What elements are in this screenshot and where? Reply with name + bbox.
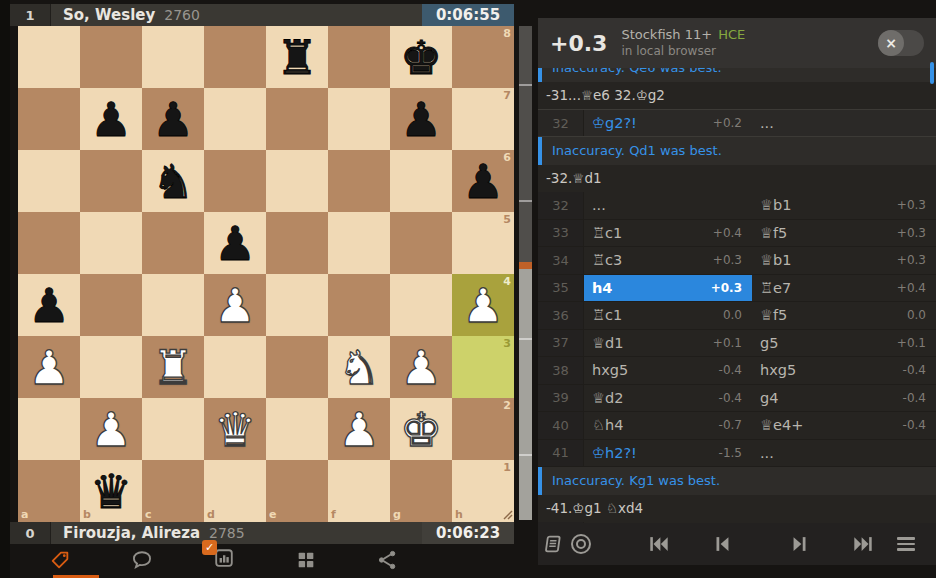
file-label-f: f [331, 508, 336, 521]
move-number: 36 [538, 302, 584, 329]
white-knight: ♞ [328, 336, 390, 398]
white-move-cell[interactable]: ♕d1+0.1 [584, 330, 752, 357]
black-pawn: ♟ [390, 88, 452, 150]
white-move-cell[interactable]: ♖c3+0.3 [584, 247, 752, 274]
black-move-cell[interactable]: ♖e7+0.4 [752, 275, 936, 302]
move-text: ♘h4 [592, 417, 623, 433]
scrollbar-thumb[interactable] [930, 62, 934, 84]
white-pawn: ♟ [18, 336, 80, 398]
move-text: ♔h2?! [592, 445, 637, 461]
square-b3[interactable] [80, 336, 142, 398]
rank-label-4: 4 [503, 275, 511, 288]
square-b7[interactable]: ♟ [80, 88, 142, 150]
square-b5[interactable] [80, 212, 142, 274]
white-move-cell[interactable]: ♕d2-0.4 [584, 385, 752, 412]
move-row: 41♔h2?!-1.5... [538, 440, 936, 468]
result-top: 1 [10, 4, 51, 26]
go-first-icon[interactable] [644, 523, 674, 565]
move-text: ♕b1 [760, 197, 791, 213]
result-bottom: 0 [10, 522, 51, 544]
judgment-comment: Inaccuracy. Qd1 was best. [538, 137, 936, 165]
square-h7[interactable]: 7 [452, 88, 514, 150]
move-row: 40♘h4-0.7♕e4+-0.4 [538, 412, 936, 440]
go-previous-icon[interactable] [707, 523, 737, 565]
file-label-g: g [393, 508, 401, 521]
move-row: 33♖c1+0.4♕f5+0.3 [538, 220, 936, 248]
rank-label-5: 5 [503, 213, 511, 226]
rank-label-1: 1 [503, 461, 511, 474]
black-move-cell[interactable]: hxg5-0.4 [752, 357, 936, 384]
move-number: 40 [538, 412, 584, 439]
move-row: 39♕d2-0.4g4-0.4 [538, 385, 936, 413]
move-eval: +0.4 [897, 281, 926, 295]
square-b4[interactable] [80, 274, 142, 336]
move-list[interactable]: Inaccuracy. Qe6 was best.-31...♕e6 32.♔g… [538, 68, 936, 523]
square-g2[interactable]: ♚ [390, 398, 452, 460]
engine-header: +0.3 Stockfish 11+HCE in local browser × [538, 18, 936, 68]
square-a5[interactable] [18, 212, 80, 274]
square-f5[interactable] [328, 212, 390, 274]
menu-icon[interactable] [891, 523, 921, 565]
square-d7[interactable] [204, 88, 266, 150]
square-g3[interactable]: ♟ [390, 336, 452, 398]
white-move-cell[interactable]: ♘h4-0.7 [584, 412, 752, 439]
panel-toolbar [538, 523, 936, 565]
move-text: ♕d2 [592, 390, 623, 406]
square-e7[interactable] [266, 88, 328, 150]
move-eval: -0.7 [719, 418, 742, 432]
chess-board[interactable]: ♜♚8♟♟♟7♞♟6♟5♟♟♟4♟♜♞♟3♟♛♟♚2a♛bcdefgh1 [18, 26, 514, 522]
move-number: 32 [538, 192, 584, 219]
square-d8[interactable] [204, 26, 266, 88]
tag-icon[interactable] [45, 546, 75, 574]
clock-bottom: 0:06:23 [422, 522, 514, 544]
rank-label-8: 8 [503, 27, 511, 40]
move-text: ♖e7 [760, 280, 791, 296]
move-eval: +0.1 [713, 336, 742, 350]
square-c1[interactable]: c [142, 460, 204, 522]
square-c3[interactable]: ♜ [142, 336, 204, 398]
chart-icon[interactable]: ✓ [209, 546, 239, 574]
variation-line[interactable]: -32.♕d1 [538, 165, 936, 192]
checkbox-checked-icon[interactable]: ✓ [202, 540, 217, 555]
black-move-cell[interactable]: g5+0.1 [752, 330, 936, 357]
square-d6[interactable] [204, 150, 266, 212]
black-move-cell[interactable]: ♕e4+-0.4 [752, 412, 936, 439]
white-pawn: ♟ [80, 398, 142, 460]
move-number: 38 [538, 357, 584, 384]
move-text: ... [760, 115, 774, 131]
square-e1[interactable]: e [266, 460, 328, 522]
move-eval: +0.3 [897, 226, 926, 240]
go-next-icon[interactable] [785, 523, 815, 565]
white-queen: ♛ [204, 398, 266, 460]
move-eval: +0.3 [713, 253, 742, 267]
board-resize-handle[interactable] [502, 509, 513, 520]
move-text: h4 [592, 280, 612, 296]
black-move-cell[interactable]: ... [752, 110, 936, 136]
move-eval: -0.4 [903, 391, 926, 405]
square-h6[interactable]: ♟6 [452, 150, 514, 212]
move-number: 37 [538, 330, 584, 357]
eval-gauge-marker [519, 262, 532, 269]
square-f8[interactable] [328, 26, 390, 88]
square-d4[interactable]: ♟ [204, 274, 266, 336]
square-b8[interactable] [80, 26, 142, 88]
move-row: 37♕d1+0.1g5+0.1 [538, 330, 936, 358]
engine-subtitle: in local browser [621, 44, 745, 59]
square-f1[interactable]: f [328, 460, 390, 522]
analysis-panel: +0.3 Stockfish 11+HCE in local browser ×… [538, 0, 936, 578]
square-g1[interactable]: g [390, 460, 452, 522]
clock-top: 0:06:55 [422, 4, 514, 26]
player-name-bottom: Firouzja, Alireza [63, 524, 200, 542]
variation-line[interactable]: -31...♕e6 32.♔g2 [538, 82, 936, 109]
square-g7[interactable]: ♟ [390, 88, 452, 150]
chat-icon[interactable] [127, 546, 157, 574]
move-text: ♔g2?! [592, 115, 637, 131]
square-d2[interactable]: ♛ [204, 398, 266, 460]
square-a1[interactable]: a [18, 460, 80, 522]
rank-label-6: 6 [503, 151, 511, 164]
move-text: ♖c1 [592, 307, 622, 323]
target-icon[interactable] [566, 523, 596, 565]
rank-label-3: 3 [503, 337, 511, 350]
black-king: ♚ [390, 26, 452, 88]
black-move-cell[interactable]: ♕f50.0 [752, 302, 936, 329]
square-c5[interactable] [142, 212, 204, 274]
square-b6[interactable] [80, 150, 142, 212]
square-a4[interactable]: ♟ [18, 274, 80, 336]
square-a6[interactable] [18, 150, 80, 212]
toggle-close-icon[interactable]: × [878, 30, 904, 56]
move-row: 38hxg5-0.4hxg5-0.4 [538, 357, 936, 385]
square-c8[interactable] [142, 26, 204, 88]
square-g4[interactable] [390, 274, 452, 336]
black-pawn: ♟ [142, 88, 204, 150]
move-eval: -0.4 [719, 363, 742, 377]
file-label-c: c [145, 508, 152, 521]
square-e2[interactable] [266, 398, 328, 460]
black-knight: ♞ [142, 150, 204, 212]
file-label-h: h [455, 508, 463, 521]
move-text: ♖c1 [592, 225, 622, 241]
go-last-icon[interactable] [848, 523, 878, 565]
move-number: 41 [538, 440, 584, 467]
black-rook: ♜ [266, 26, 328, 88]
square-h3[interactable]: 3 [452, 336, 514, 398]
white-king: ♚ [390, 398, 452, 460]
square-h5[interactable]: 5 [452, 212, 514, 274]
file-label-d: d [207, 508, 215, 521]
move-text: hxg5 [592, 362, 628, 378]
move-text: ♕d1 [592, 335, 623, 351]
move-text: ... [760, 445, 774, 461]
player-rating-top: 2760 [164, 7, 200, 23]
square-e6[interactable] [266, 150, 328, 212]
move-text: ♕f5 [760, 307, 787, 323]
square-e4[interactable] [266, 274, 328, 336]
move-number: 35 [538, 275, 584, 302]
rank-label-2: 2 [503, 399, 511, 412]
move-eval: -0.4 [903, 363, 926, 377]
square-d3[interactable] [204, 336, 266, 398]
move-text: ♕b1 [760, 252, 791, 268]
board-toolbar: ✓ [0, 544, 530, 578]
engine-tag: HCE [718, 27, 745, 42]
white-move-cell[interactable]: ♖c10.0 [584, 302, 752, 329]
left-edge-strip [0, 0, 10, 578]
move-text: ... [592, 197, 606, 213]
player-rating-bottom: 2785 [209, 525, 245, 541]
move-text: g5 [760, 335, 778, 351]
square-a2[interactable] [18, 398, 80, 460]
square-b2[interactable]: ♟ [80, 398, 142, 460]
move-eval: 0.0 [723, 308, 742, 322]
white-move-cell[interactable]: ♖c1+0.4 [584, 220, 752, 247]
white-move-cell[interactable]: ♔h2?!-1.5 [584, 440, 752, 467]
black-move-cell[interactable]: ♕f5+0.3 [752, 220, 936, 247]
square-g8[interactable]: ♚ [390, 26, 452, 88]
square-f2[interactable]: ♟ [328, 398, 390, 460]
square-c2[interactable] [142, 398, 204, 460]
black-move-cell[interactable]: ♕b1+0.3 [752, 192, 936, 219]
move-eval: +0.3 [711, 281, 742, 295]
square-b1[interactable]: ♛b [80, 460, 142, 522]
move-number: 33 [538, 220, 584, 247]
move-eval: -0.4 [903, 418, 926, 432]
move-text: ♕e4+ [760, 417, 803, 433]
move-eval: 0.0 [907, 308, 926, 322]
move-number: 32 [538, 110, 584, 136]
file-label-b: b [83, 508, 91, 521]
judgment-comment: Inaccuracy. Qe6 was best. [538, 68, 936, 82]
boards-grid-icon[interactable] [291, 546, 321, 574]
move-text: g4 [760, 390, 778, 406]
black-move-cell[interactable]: g4-0.4 [752, 385, 936, 412]
square-a8[interactable] [18, 26, 80, 88]
square-h8[interactable]: 8 [452, 26, 514, 88]
move-text: hxg5 [760, 362, 796, 378]
move-eval: +0.3 [897, 198, 926, 212]
square-c4[interactable] [142, 274, 204, 336]
square-c6[interactable]: ♞ [142, 150, 204, 212]
square-g6[interactable] [390, 150, 452, 212]
eval-gauge [519, 26, 532, 520]
player-name-top: So, Wesley [63, 6, 155, 24]
variation-line[interactable]: -41.♔g1 ♘xd4 [538, 495, 936, 522]
square-d5[interactable]: ♟ [204, 212, 266, 274]
share-icon[interactable] [373, 546, 403, 574]
file-label-e: e [269, 508, 276, 521]
move-eval: +0.1 [897, 336, 926, 350]
file-label-a: a [21, 508, 28, 521]
move-row: 32...♕b1+0.3 [538, 192, 936, 220]
white-pawn: ♟ [204, 274, 266, 336]
white-move-cell[interactable]: h4+0.3 [584, 275, 752, 302]
move-row: 34♖c3+0.3♕b1+0.3 [538, 247, 936, 275]
white-pawn: ♟ [390, 336, 452, 398]
black-move-cell[interactable]: ♕b1+0.3 [752, 247, 936, 274]
player-bar-top: 1 So, Wesley 2760 0:06:55 [10, 4, 514, 26]
book-icon[interactable] [538, 523, 568, 565]
analysis-app: 1 So, Wesley 2760 0:06:55 ♜♚8♟♟♟7♞♟6♟5♟♟… [0, 0, 936, 578]
move-eval: +0.3 [897, 253, 926, 267]
engine-toggle[interactable]: × [878, 30, 924, 56]
square-f3[interactable]: ♞ [328, 336, 390, 398]
white-rook: ♜ [142, 336, 204, 398]
square-f7[interactable] [328, 88, 390, 150]
white-pawn: ♟ [328, 398, 390, 460]
square-h4[interactable]: ♟4 [452, 274, 514, 336]
square-h2[interactable]: 2 [452, 398, 514, 460]
engine-eval: +0.3 [550, 31, 607, 56]
move-row: 36♖c10.0♕f50.0 [538, 302, 936, 330]
move-number: 39 [538, 385, 584, 412]
move-eval: -1.5 [719, 446, 742, 460]
black-pawn: ♟ [80, 88, 142, 150]
move-eval: -0.4 [719, 391, 742, 405]
white-move-cell[interactable]: hxg5-0.4 [584, 357, 752, 384]
move-text: ♕f5 [760, 225, 787, 241]
black-pawn: ♟ [204, 212, 266, 274]
square-a3[interactable]: ♟ [18, 336, 80, 398]
square-c7[interactable]: ♟ [142, 88, 204, 150]
square-e5[interactable] [266, 212, 328, 274]
black-pawn: ♟ [18, 274, 80, 336]
move-eval: +0.2 [713, 116, 742, 130]
square-f6[interactable] [328, 150, 390, 212]
square-e8[interactable]: ♜ [266, 26, 328, 88]
white-move-cell[interactable]: ♔g2?!+0.2 [584, 110, 752, 136]
square-f4[interactable] [328, 274, 390, 336]
square-a7[interactable] [18, 88, 80, 150]
square-d1[interactable]: d [204, 460, 266, 522]
square-g5[interactable] [390, 212, 452, 274]
rank-label-7: 7 [503, 89, 511, 102]
square-e3[interactable] [266, 336, 328, 398]
player-bar-bottom: 0 Firouzja, Alireza 2785 0:06:23 [10, 522, 514, 544]
white-move-cell[interactable]: ... [584, 192, 752, 219]
move-eval: +0.4 [713, 226, 742, 240]
move-row: 35h4+0.3♖e7+0.4 [538, 275, 936, 303]
black-move-cell[interactable]: ... [752, 440, 936, 467]
move-text: ♖c3 [592, 252, 622, 268]
move-row: 32♔g2?!+0.2... [538, 109, 936, 137]
move-number: 34 [538, 247, 584, 274]
engine-name: Stockfish 11+ [621, 27, 712, 42]
judgment-comment: Inaccuracy. Kg1 was best. [538, 467, 936, 495]
